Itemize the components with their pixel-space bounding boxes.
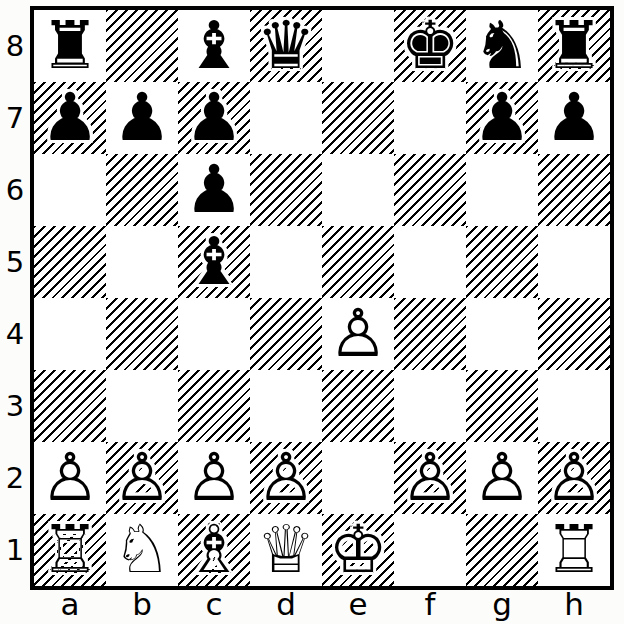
square-f3[interactable] (394, 370, 466, 442)
white-pawn-f2: ♙ (400, 442, 459, 514)
black-knight-g8: ♞ (472, 10, 531, 82)
square-f7[interactable] (394, 82, 466, 154)
square-b1[interactable]: ♘ (106, 514, 178, 586)
rank-label-5: 5 (0, 226, 30, 298)
white-pawn-h2: ♙ (544, 442, 603, 514)
white-pawn-e4: ♙ (328, 298, 387, 370)
square-h8[interactable]: ♜ (538, 10, 610, 82)
square-d2[interactable]: ♙ (250, 442, 322, 514)
black-rook-a8: ♜ (40, 10, 99, 82)
square-d1[interactable]: ♕ (250, 514, 322, 586)
square-c1[interactable]: ♗ (178, 514, 250, 586)
square-b6[interactable] (106, 154, 178, 226)
black-pawn-g7: ♟ (472, 82, 531, 154)
white-rook-h1: ♖ (544, 514, 603, 586)
square-b8[interactable] (106, 10, 178, 82)
rank-labels: 87654321 (0, 10, 30, 586)
square-a4[interactable] (34, 298, 106, 370)
square-b5[interactable] (106, 226, 178, 298)
black-king-f8: ♚ (400, 10, 459, 82)
square-d4[interactable] (250, 298, 322, 370)
square-h1[interactable]: ♖ (538, 514, 610, 586)
rank-label-1: 1 (0, 514, 30, 586)
rank-label-2: 2 (0, 442, 30, 514)
square-a7[interactable]: ♟ (34, 82, 106, 154)
square-e1[interactable]: ♔ (322, 514, 394, 586)
black-bishop-c8: ♝ (184, 10, 243, 82)
file-label-b: b (106, 588, 178, 622)
white-knight-b1: ♘ (112, 514, 171, 586)
square-e8[interactable] (322, 10, 394, 82)
square-e6[interactable] (322, 154, 394, 226)
square-c7[interactable]: ♟ (178, 82, 250, 154)
black-rook-h8: ♜ (544, 10, 603, 82)
square-c3[interactable] (178, 370, 250, 442)
square-b2[interactable]: ♙ (106, 442, 178, 514)
white-pawn-d2: ♙ (256, 442, 315, 514)
square-g5[interactable] (466, 226, 538, 298)
square-b4[interactable] (106, 298, 178, 370)
file-label-d: d (250, 588, 322, 622)
square-e7[interactable] (322, 82, 394, 154)
square-e4[interactable]: ♙ (322, 298, 394, 370)
rank-label-7: 7 (0, 82, 30, 154)
square-g1[interactable] (466, 514, 538, 586)
square-a6[interactable] (34, 154, 106, 226)
square-a3[interactable] (34, 370, 106, 442)
square-g4[interactable] (466, 298, 538, 370)
black-bishop-c5: ♝ (184, 226, 243, 298)
square-a1[interactable]: ♖ (34, 514, 106, 586)
square-d3[interactable] (250, 370, 322, 442)
rank-label-3: 3 (0, 370, 30, 442)
file-labels: abcdefgh (34, 588, 610, 622)
square-f6[interactable] (394, 154, 466, 226)
square-h6[interactable] (538, 154, 610, 226)
white-pawn-a2: ♙ (40, 442, 99, 514)
square-g6[interactable] (466, 154, 538, 226)
square-h5[interactable] (538, 226, 610, 298)
square-e3[interactable] (322, 370, 394, 442)
square-d8[interactable]: ♛ (250, 10, 322, 82)
file-label-a: a (34, 588, 106, 622)
square-c4[interactable] (178, 298, 250, 370)
square-c6[interactable]: ♟ (178, 154, 250, 226)
square-c5[interactable]: ♝ (178, 226, 250, 298)
file-label-h: h (538, 588, 610, 622)
chess-board: ♜♝♛♚♞♜♟♟♟♟♟♟♝♙♙♙♙♙♙♙♙♖♘♗♕♔♖ (30, 6, 614, 590)
square-g2[interactable]: ♙ (466, 442, 538, 514)
file-label-f: f (394, 588, 466, 622)
square-g7[interactable]: ♟ (466, 82, 538, 154)
square-e2[interactable] (322, 442, 394, 514)
square-e5[interactable] (322, 226, 394, 298)
white-pawn-b2: ♙ (112, 442, 171, 514)
square-a5[interactable] (34, 226, 106, 298)
chess-diagram: 87654321 ♜♝♛♚♞♜♟♟♟♟♟♟♝♙♙♙♙♙♙♙♙♖♘♗♕♔♖ abc… (0, 0, 624, 624)
white-rook-a1: ♖ (40, 514, 99, 586)
rank-label-8: 8 (0, 10, 30, 82)
black-queen-d8: ♛ (256, 10, 315, 82)
white-pawn-g2: ♙ (472, 442, 531, 514)
file-label-e: e (322, 588, 394, 622)
square-h3[interactable] (538, 370, 610, 442)
square-b7[interactable]: ♟ (106, 82, 178, 154)
square-f4[interactable] (394, 298, 466, 370)
square-h7[interactable]: ♟ (538, 82, 610, 154)
square-h4[interactable] (538, 298, 610, 370)
square-f5[interactable] (394, 226, 466, 298)
square-a2[interactable]: ♙ (34, 442, 106, 514)
square-h2[interactable]: ♙ (538, 442, 610, 514)
white-pawn-c2: ♙ (184, 442, 243, 514)
black-pawn-c6: ♟ (184, 154, 243, 226)
square-f1[interactable] (394, 514, 466, 586)
square-d7[interactable] (250, 82, 322, 154)
square-g8[interactable]: ♞ (466, 10, 538, 82)
square-a8[interactable]: ♜ (34, 10, 106, 82)
square-d6[interactable] (250, 154, 322, 226)
rank-label-6: 6 (0, 154, 30, 226)
square-c8[interactable]: ♝ (178, 10, 250, 82)
square-g3[interactable] (466, 370, 538, 442)
white-king-e1: ♔ (328, 514, 387, 586)
black-pawn-a7: ♟ (40, 82, 99, 154)
square-c2[interactable]: ♙ (178, 442, 250, 514)
square-d5[interactable] (250, 226, 322, 298)
rank-label-4: 4 (0, 298, 30, 370)
black-pawn-c7: ♟ (184, 82, 243, 154)
black-pawn-b7: ♟ (112, 82, 171, 154)
square-b3[interactable] (106, 370, 178, 442)
file-label-c: c (178, 588, 250, 622)
black-pawn-h7: ♟ (544, 82, 603, 154)
square-f8[interactable]: ♚ (394, 10, 466, 82)
file-label-g: g (466, 588, 538, 622)
white-bishop-c1: ♗ (184, 514, 243, 586)
square-f2[interactable]: ♙ (394, 442, 466, 514)
white-queen-d1: ♕ (256, 514, 315, 586)
